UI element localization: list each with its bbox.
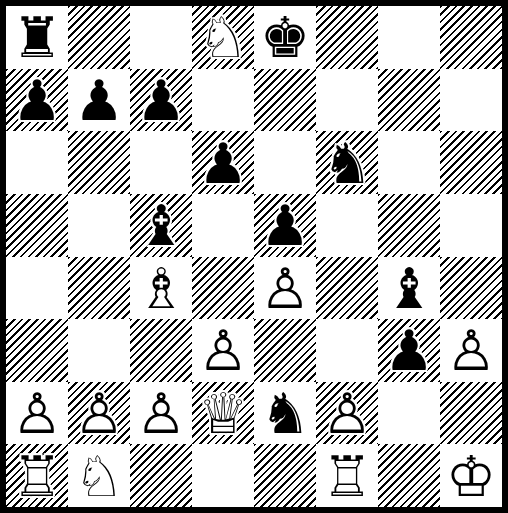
piece-black-pawn-b7: ♟ [68, 69, 130, 132]
square-e2[interactable]: ♞ [254, 382, 316, 445]
piece-white-rook-f1: ♜♖ [316, 444, 378, 507]
square-e6[interactable] [254, 131, 316, 194]
black-piece-glyph: ♟ [378, 320, 440, 383]
piece-white-bishop-c4: ♝♗ [130, 257, 192, 320]
square-d5[interactable] [192, 194, 254, 257]
square-b8[interactable] [68, 6, 130, 69]
piece-white-pawn-a2: ♟♙ [6, 382, 68, 445]
square-a5[interactable] [6, 194, 68, 257]
white-piece-outline: ♙ [192, 320, 254, 383]
piece-black-rook-a8: ♜ [6, 6, 68, 69]
square-a7[interactable]: ♟ [6, 69, 68, 132]
white-piece-outline: ♙ [440, 320, 502, 383]
square-c2[interactable]: ♟♙ [130, 382, 192, 445]
black-piece-glyph: ♝ [130, 195, 192, 258]
square-d6[interactable]: ♟ [192, 131, 254, 194]
piece-black-pawn-a7: ♟ [6, 69, 68, 132]
square-c6[interactable] [130, 131, 192, 194]
square-d1[interactable] [192, 444, 254, 507]
piece-black-bishop-c5: ♝ [130, 194, 192, 257]
black-piece-glyph: ♟ [68, 70, 130, 133]
square-a8[interactable]: ♜ [6, 6, 68, 69]
piece-white-queen-d2: ♛♕ [192, 382, 254, 445]
white-piece-outline: ♙ [254, 258, 316, 321]
square-e3[interactable] [254, 319, 316, 382]
square-f2[interactable]: ♟♙ [316, 382, 378, 445]
piece-white-knight-b1: ♞♘ [68, 444, 130, 507]
piece-black-pawn-d6: ♟ [192, 131, 254, 194]
square-e8[interactable]: ♚ [254, 6, 316, 69]
chess-diagram-frame: ♜♞♘♚♟♟♟♟♞♝♟♝♗♟♙♝♟♙♟♟♙♟♙♟♙♟♙♛♕♞♟♙♜♖♞♘♜♖♚♔ [0, 0, 508, 513]
square-c1[interactable] [130, 444, 192, 507]
square-a2[interactable]: ♟♙ [6, 382, 68, 445]
square-g5[interactable] [378, 194, 440, 257]
square-d8[interactable]: ♞♘ [192, 6, 254, 69]
black-piece-glyph: ♟ [192, 132, 254, 195]
square-f7[interactable] [316, 69, 378, 132]
square-a1[interactable]: ♜♖ [6, 444, 68, 507]
square-g7[interactable] [378, 69, 440, 132]
square-b6[interactable] [68, 131, 130, 194]
white-piece-outline: ♕ [192, 383, 254, 446]
piece-black-pawn-g3: ♟ [378, 319, 440, 382]
square-e4[interactable]: ♟♙ [254, 257, 316, 320]
white-piece-outline: ♖ [6, 445, 68, 508]
white-piece-outline: ♙ [130, 383, 192, 446]
black-piece-glyph: ♝ [378, 258, 440, 321]
square-f8[interactable] [316, 6, 378, 69]
piece-white-pawn-h3: ♟♙ [440, 319, 502, 382]
square-h6[interactable] [440, 131, 502, 194]
square-b3[interactable] [68, 319, 130, 382]
piece-white-pawn-c2: ♟♙ [130, 382, 192, 445]
square-h1[interactable]: ♚♔ [440, 444, 502, 507]
square-d3[interactable]: ♟♙ [192, 319, 254, 382]
black-piece-glyph: ♟ [130, 70, 192, 133]
piece-white-pawn-f2: ♟♙ [316, 382, 378, 445]
square-a6[interactable] [6, 131, 68, 194]
black-piece-glyph: ♟ [6, 70, 68, 133]
square-f6[interactable]: ♞ [316, 131, 378, 194]
square-d4[interactable] [192, 257, 254, 320]
square-a4[interactable] [6, 257, 68, 320]
square-c4[interactable]: ♝♗ [130, 257, 192, 320]
white-piece-outline: ♗ [130, 258, 192, 321]
piece-white-king-h1: ♚♔ [440, 444, 502, 507]
square-h4[interactable] [440, 257, 502, 320]
square-f1[interactable]: ♜♖ [316, 444, 378, 507]
square-d2[interactable]: ♛♕ [192, 382, 254, 445]
square-h7[interactable] [440, 69, 502, 132]
square-c7[interactable]: ♟ [130, 69, 192, 132]
piece-white-pawn-d3: ♟♙ [192, 319, 254, 382]
piece-black-pawn-e5: ♟ [254, 194, 316, 257]
black-piece-glyph: ♚ [254, 7, 316, 70]
white-piece-outline: ♙ [6, 383, 68, 446]
square-g4[interactable]: ♝ [378, 257, 440, 320]
square-g6[interactable] [378, 131, 440, 194]
square-b1[interactable]: ♞♘ [68, 444, 130, 507]
square-b7[interactable]: ♟ [68, 69, 130, 132]
square-d7[interactable] [192, 69, 254, 132]
white-piece-outline: ♙ [68, 383, 130, 446]
square-b5[interactable] [68, 194, 130, 257]
piece-black-king-e8: ♚ [254, 6, 316, 69]
square-e5[interactable]: ♟ [254, 194, 316, 257]
black-piece-glyph: ♟ [254, 195, 316, 258]
black-piece-glyph: ♜ [6, 7, 68, 70]
piece-white-pawn-b2: ♟♙ [68, 382, 130, 445]
chess-board: ♜♞♘♚♟♟♟♟♞♝♟♝♗♟♙♝♟♙♟♟♙♟♙♟♙♟♙♛♕♞♟♙♜♖♞♘♜♖♚♔ [6, 6, 502, 507]
square-h3[interactable]: ♟♙ [440, 319, 502, 382]
black-piece-glyph: ♞ [254, 383, 316, 446]
square-g2[interactable] [378, 382, 440, 445]
square-f4[interactable] [316, 257, 378, 320]
square-c8[interactable] [130, 6, 192, 69]
piece-white-rook-a1: ♜♖ [6, 444, 68, 507]
square-c5[interactable]: ♝ [130, 194, 192, 257]
white-piece-outline: ♙ [316, 383, 378, 446]
square-c3[interactable] [130, 319, 192, 382]
square-h2[interactable] [440, 382, 502, 445]
piece-white-pawn-e4: ♟♙ [254, 257, 316, 320]
square-g1[interactable] [378, 444, 440, 507]
white-piece-outline: ♔ [440, 445, 502, 508]
piece-black-bishop-g4: ♝ [378, 257, 440, 320]
square-h8[interactable] [440, 6, 502, 69]
square-h5[interactable] [440, 194, 502, 257]
piece-white-knight-d8: ♞♘ [192, 6, 254, 69]
white-piece-outline: ♘ [68, 445, 130, 508]
square-g8[interactable] [378, 6, 440, 69]
square-a3[interactable] [6, 319, 68, 382]
piece-black-knight-f6: ♞ [316, 131, 378, 194]
white-piece-outline: ♖ [316, 445, 378, 508]
square-e1[interactable] [254, 444, 316, 507]
square-b4[interactable] [68, 257, 130, 320]
square-g3[interactable]: ♟ [378, 319, 440, 382]
piece-black-knight-e2: ♞ [254, 382, 316, 445]
square-f3[interactable] [316, 319, 378, 382]
white-piece-outline: ♘ [192, 7, 254, 70]
square-b2[interactable]: ♟♙ [68, 382, 130, 445]
square-f5[interactable] [316, 194, 378, 257]
piece-black-pawn-c7: ♟ [130, 69, 192, 132]
square-e7[interactable] [254, 69, 316, 132]
black-piece-glyph: ♞ [316, 132, 378, 195]
